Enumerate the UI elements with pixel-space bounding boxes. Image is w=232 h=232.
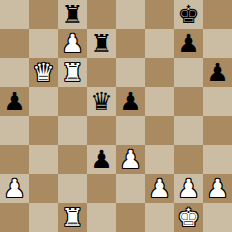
square-e7[interactable] (116, 29, 145, 58)
square-d3[interactable]: ♟ (87, 145, 116, 174)
square-e8[interactable] (116, 0, 145, 29)
square-c8[interactable]: ♜ (58, 0, 87, 29)
square-f6[interactable] (145, 58, 174, 87)
black-pawn[interactable]: ♟ (90, 145, 112, 174)
square-a2[interactable]: ♟ (0, 174, 29, 203)
square-g5[interactable] (174, 87, 203, 116)
square-c5[interactable] (58, 87, 87, 116)
square-c6[interactable]: ♜ (58, 58, 87, 87)
square-b4[interactable] (29, 116, 58, 145)
square-a5[interactable]: ♟ (0, 87, 29, 116)
square-g7[interactable]: ♟ (174, 29, 203, 58)
square-b1[interactable] (29, 203, 58, 232)
square-e4[interactable] (116, 116, 145, 145)
black-queen[interactable]: ♛ (90, 87, 112, 116)
square-e6[interactable] (116, 58, 145, 87)
square-g8[interactable]: ♚ (174, 0, 203, 29)
black-rook[interactable]: ♜ (61, 0, 83, 29)
square-d7[interactable]: ♜ (87, 29, 116, 58)
square-f5[interactable] (145, 87, 174, 116)
black-pawn[interactable]: ♟ (177, 29, 199, 58)
square-a7[interactable] (0, 29, 29, 58)
square-e3[interactable]: ♟ (116, 145, 145, 174)
square-f8[interactable] (145, 0, 174, 29)
square-c4[interactable] (58, 116, 87, 145)
white-pawn[interactable]: ♟ (3, 174, 25, 203)
square-h8[interactable] (203, 0, 232, 29)
square-h4[interactable] (203, 116, 232, 145)
square-h1[interactable] (203, 203, 232, 232)
square-a3[interactable] (0, 145, 29, 174)
white-king[interactable]: ♚ (177, 203, 199, 232)
white-pawn[interactable]: ♟ (148, 174, 170, 203)
square-f1[interactable] (145, 203, 174, 232)
chess-board: ♜♚♟♜♟♛♜♟♟♛♟♟♟♟♟♟♟♜♚ (0, 0, 232, 232)
square-a1[interactable] (0, 203, 29, 232)
square-g1[interactable]: ♚ (174, 203, 203, 232)
square-g6[interactable] (174, 58, 203, 87)
white-pawn[interactable]: ♟ (119, 145, 141, 174)
square-d2[interactable] (87, 174, 116, 203)
black-pawn[interactable]: ♟ (3, 87, 25, 116)
square-e1[interactable] (116, 203, 145, 232)
square-h7[interactable] (203, 29, 232, 58)
square-f3[interactable] (145, 145, 174, 174)
square-f2[interactable]: ♟ (145, 174, 174, 203)
white-queen[interactable]: ♛ (32, 58, 54, 87)
white-rook[interactable]: ♜ (61, 203, 83, 232)
white-rook[interactable]: ♜ (61, 58, 83, 87)
square-e5[interactable]: ♟ (116, 87, 145, 116)
square-d1[interactable] (87, 203, 116, 232)
black-king[interactable]: ♚ (177, 0, 199, 29)
white-pawn[interactable]: ♟ (177, 174, 199, 203)
square-b3[interactable] (29, 145, 58, 174)
square-c2[interactable] (58, 174, 87, 203)
square-e2[interactable] (116, 174, 145, 203)
square-a6[interactable] (0, 58, 29, 87)
black-rook[interactable]: ♜ (90, 29, 112, 58)
square-d5[interactable]: ♛ (87, 87, 116, 116)
square-d6[interactable] (87, 58, 116, 87)
black-pawn[interactable]: ♟ (206, 58, 228, 87)
square-g3[interactable] (174, 145, 203, 174)
square-h2[interactable]: ♟ (203, 174, 232, 203)
square-a4[interactable] (0, 116, 29, 145)
square-h6[interactable]: ♟ (203, 58, 232, 87)
square-g4[interactable] (174, 116, 203, 145)
square-d4[interactable] (87, 116, 116, 145)
square-h5[interactable] (203, 87, 232, 116)
square-a8[interactable] (0, 0, 29, 29)
chess-board-container: ♜♚♟♜♟♛♜♟♟♛♟♟♟♟♟♟♟♜♚ (0, 0, 232, 232)
square-b7[interactable] (29, 29, 58, 58)
square-f7[interactable] (145, 29, 174, 58)
square-b8[interactable] (29, 0, 58, 29)
black-pawn[interactable]: ♟ (119, 87, 141, 116)
square-g2[interactable]: ♟ (174, 174, 203, 203)
square-b5[interactable] (29, 87, 58, 116)
white-pawn[interactable]: ♟ (206, 174, 228, 203)
square-c7[interactable]: ♟ (58, 29, 87, 58)
square-c1[interactable]: ♜ (58, 203, 87, 232)
square-d8[interactable] (87, 0, 116, 29)
square-h3[interactable] (203, 145, 232, 174)
white-pawn[interactable]: ♟ (61, 29, 83, 58)
square-c3[interactable] (58, 145, 87, 174)
square-b2[interactable] (29, 174, 58, 203)
square-b6[interactable]: ♛ (29, 58, 58, 87)
square-f4[interactable] (145, 116, 174, 145)
